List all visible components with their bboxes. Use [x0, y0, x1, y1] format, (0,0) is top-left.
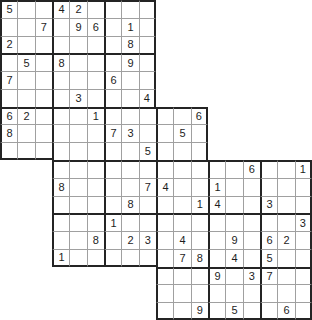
- cell-r8c2[interactable]: [17, 124, 34, 142]
- given-digit: 9: [127, 58, 133, 69]
- cell-r10c17[interactable]: [277, 160, 294, 178]
- cell-r18c11[interactable]: [173, 302, 190, 320]
- given-digit: 5: [23, 58, 29, 69]
- cell-r11c14[interactable]: [225, 178, 242, 196]
- cell-r10c7[interactable]: [104, 160, 121, 178]
- cell-r11c13: 1: [208, 178, 225, 196]
- given-digit: 1: [215, 182, 221, 193]
- cell-r4c8: 9: [121, 53, 138, 71]
- cell-r18c15[interactable]: [243, 302, 260, 320]
- given-digit: 9: [197, 305, 203, 316]
- cell-r10c13[interactable]: [208, 160, 225, 178]
- cell-r15c5[interactable]: [69, 249, 86, 267]
- cell-r15c4: 1: [52, 249, 69, 267]
- cell-r16c10[interactable]: [156, 267, 173, 285]
- given-digit: 7: [41, 22, 47, 33]
- given-digit: 8: [127, 39, 133, 50]
- cell-r14c6: 8: [87, 231, 104, 249]
- cell-r18c13[interactable]: [208, 302, 225, 320]
- given-digit: 3: [249, 271, 255, 282]
- cell-r7c3[interactable]: [35, 107, 52, 125]
- cell-r15c8[interactable]: [121, 249, 138, 267]
- cell-r10c10[interactable]: [156, 160, 173, 178]
- given-digit: 5: [179, 128, 185, 139]
- cell-r1c1: 5: [0, 0, 17, 18]
- cell-r17c15[interactable]: [243, 284, 260, 302]
- cell-r5c7: 6: [104, 71, 121, 89]
- given-digit: 3: [75, 93, 81, 104]
- cell-r16c16: 7: [260, 267, 277, 285]
- given-digit: 8: [59, 58, 65, 69]
- cell-r7c2: 2: [17, 107, 34, 125]
- cell-r7c7[interactable]: [104, 107, 121, 125]
- cell-r15c9[interactable]: [139, 249, 156, 267]
- cell-r7c1: 6: [0, 107, 17, 125]
- cell-r14c15[interactable]: [243, 231, 260, 249]
- cell-r10c9[interactable]: [139, 160, 156, 178]
- cell-r13c18: 3: [295, 213, 312, 231]
- cell-r15c14: 4: [225, 249, 242, 267]
- cell-r6c1[interactable]: [0, 89, 17, 107]
- cell-r5c1: 7: [0, 71, 17, 89]
- cell-r18c18[interactable]: [295, 302, 312, 320]
- cell-r11c12[interactable]: [191, 178, 208, 196]
- cell-r1c8[interactable]: [121, 0, 138, 18]
- cell-r6c4[interactable]: [52, 89, 69, 107]
- cell-r8c10[interactable]: [156, 124, 173, 142]
- given-digit: 6: [7, 111, 13, 122]
- cell-r16c18[interactable]: [295, 267, 312, 285]
- cell-r1c3[interactable]: [35, 0, 52, 18]
- cell-r9c3[interactable]: [35, 142, 52, 160]
- cell-r14c4[interactable]: [52, 231, 69, 249]
- cell-r18c17: 6: [277, 302, 294, 320]
- cell-r10c8[interactable]: [121, 160, 138, 178]
- cell-r15c17[interactable]: [277, 249, 294, 267]
- cell-r5c5[interactable]: [69, 71, 86, 89]
- cell-r6c3[interactable]: [35, 89, 52, 107]
- cell-r16c14[interactable]: [225, 267, 242, 285]
- cell-r13c14[interactable]: [225, 213, 242, 231]
- cell-r3c1: 2: [0, 36, 17, 54]
- cell-r13c11[interactable]: [173, 213, 190, 231]
- given-digit: 1: [197, 199, 203, 210]
- cell-r3c3[interactable]: [35, 36, 52, 54]
- given-digit: 1: [111, 218, 117, 229]
- given-digit: 9: [75, 22, 81, 33]
- cell-r15c15[interactable]: [243, 249, 260, 267]
- cell-r12c6[interactable]: [87, 196, 104, 214]
- cell-r9c9: 5: [139, 142, 156, 160]
- cell-r11c6[interactable]: [87, 178, 104, 196]
- cell-r8c5[interactable]: [69, 124, 86, 142]
- cell-r14c17: 2: [277, 231, 294, 249]
- given-digit: 5: [7, 4, 13, 15]
- cell-r3c7[interactable]: [104, 36, 121, 54]
- cell-r12c16: 3: [260, 196, 277, 214]
- cell-r17c10[interactable]: [156, 284, 173, 302]
- cell-r9c12[interactable]: [191, 142, 208, 160]
- cell-r2c7[interactable]: [104, 18, 121, 36]
- cell-r11c18[interactable]: [295, 178, 312, 196]
- cell-r9c8[interactable]: [121, 142, 138, 160]
- cell-r11c17[interactable]: [277, 178, 294, 196]
- cell-r12c10[interactable]: [156, 196, 173, 214]
- given-digit: 4: [179, 235, 185, 246]
- cell-r6c2[interactable]: [17, 89, 34, 107]
- given-digit: 7: [179, 253, 185, 264]
- cell-r9c5[interactable]: [69, 142, 86, 160]
- cell-r7c9[interactable]: [139, 107, 156, 125]
- cell-r12c4[interactable]: [52, 196, 69, 214]
- cell-r9c2[interactable]: [17, 142, 34, 160]
- cell-r17c17[interactable]: [277, 284, 294, 302]
- cell-r2c2[interactable]: [17, 18, 34, 36]
- cell-r1c2[interactable]: [17, 0, 34, 18]
- cell-r12c13: 4: [208, 196, 225, 214]
- cell-r5c8[interactable]: [121, 71, 138, 89]
- cell-r14c18[interactable]: [295, 231, 312, 249]
- given-digit: 6: [111, 75, 117, 86]
- given-digit: 2: [23, 111, 29, 122]
- cell-r14c7[interactable]: [104, 231, 121, 249]
- cell-r2c8: 1: [121, 18, 138, 36]
- cell-r8c6[interactable]: [87, 124, 104, 142]
- given-digit: 3: [267, 199, 273, 210]
- cell-r3c2[interactable]: [17, 36, 34, 54]
- cell-r12c9[interactable]: [139, 196, 156, 214]
- given-digit: 6: [196, 111, 202, 122]
- cell-r2c4[interactable]: [52, 18, 69, 36]
- cell-r11c5[interactable]: [69, 178, 86, 196]
- given-digit: 5: [145, 146, 151, 157]
- given-digit: 8: [93, 235, 99, 246]
- cell-r2c1[interactable]: [0, 18, 17, 36]
- given-digit: 4: [231, 253, 237, 264]
- cell-r3c9[interactable]: [139, 36, 156, 54]
- given-digit: 3: [300, 218, 306, 229]
- cell-r13c9[interactable]: [139, 213, 156, 231]
- cell-r5c3[interactable]: [35, 71, 52, 89]
- cell-r12c8: 8: [121, 196, 138, 214]
- given-digit: 1: [127, 22, 133, 33]
- cell-r10c4[interactable]: [52, 160, 69, 178]
- cell-r4c5[interactable]: [69, 53, 86, 71]
- cell-r13c10[interactable]: [156, 213, 173, 231]
- cell-r14c13[interactable]: [208, 231, 225, 249]
- cell-r3c4[interactable]: [52, 36, 69, 54]
- given-digit: 8: [7, 128, 13, 139]
- given-digit: 4: [215, 199, 221, 210]
- cell-r1c5: 2: [69, 0, 86, 18]
- cell-r13c7: 1: [104, 213, 121, 231]
- cell-r4c6[interactable]: [87, 53, 104, 71]
- cell-r1c6[interactable]: [87, 0, 104, 18]
- cell-r3c6[interactable]: [87, 36, 104, 54]
- cell-r14c10[interactable]: [156, 231, 173, 249]
- cell-r16c17[interactable]: [277, 267, 294, 285]
- cell-r4c9[interactable]: [139, 53, 156, 71]
- cell-r8c1: 8: [0, 124, 17, 142]
- given-digit: 7: [267, 271, 273, 282]
- cell-r13c13[interactable]: [208, 213, 225, 231]
- cell-r1c4: 4: [52, 0, 69, 18]
- cell-r11c4: 8: [52, 178, 69, 196]
- cell-r9c11[interactable]: [173, 142, 190, 160]
- cell-r17c11[interactable]: [173, 284, 190, 302]
- cell-r16c12[interactable]: [191, 267, 208, 285]
- cell-r11c11[interactable]: [173, 178, 190, 196]
- cell-r2c6: 6: [87, 18, 104, 36]
- cell-r13c15[interactable]: [243, 213, 260, 231]
- cell-r11c9: 7: [139, 178, 156, 196]
- cell-r3c8: 8: [121, 36, 138, 54]
- given-digit: 1: [93, 111, 99, 122]
- cell-r7c8[interactable]: [121, 107, 138, 125]
- cell-r6c8[interactable]: [121, 89, 138, 107]
- cell-r15c7[interactable]: [104, 249, 121, 267]
- cell-r18c16[interactable]: [260, 302, 277, 320]
- cell-r17c14[interactable]: [225, 284, 242, 302]
- cell-r10c15: 6: [243, 160, 260, 178]
- cell-r1c7[interactable]: [104, 0, 121, 18]
- cell-r12c17[interactable]: [277, 196, 294, 214]
- cell-r8c9[interactable]: [139, 124, 156, 142]
- cell-r7c4[interactable]: [52, 107, 69, 125]
- given-digit: 1: [300, 164, 306, 175]
- cell-r5c2[interactable]: [17, 71, 34, 89]
- cell-r6c5: 3: [69, 89, 86, 107]
- cell-r10c18: 1: [295, 160, 312, 178]
- cell-r17c13[interactable]: [208, 284, 225, 302]
- cell-r11c8[interactable]: [121, 178, 138, 196]
- cell-r4c3[interactable]: [35, 53, 52, 71]
- cell-r11c10: 4: [156, 178, 173, 196]
- cell-r13c4[interactable]: [52, 213, 69, 231]
- cell-r8c4[interactable]: [52, 124, 69, 142]
- given-digit: 2: [127, 235, 133, 246]
- given-digit: 2: [75, 4, 81, 15]
- cell-r14c16: 6: [260, 231, 277, 249]
- cell-r2c9[interactable]: [139, 18, 156, 36]
- cell-r5c6[interactable]: [87, 71, 104, 89]
- cell-r10c11[interactable]: [173, 160, 190, 178]
- cell-r4c2: 5: [17, 53, 34, 71]
- given-digit: 6: [267, 235, 273, 246]
- cell-r14c11: 4: [173, 231, 190, 249]
- cell-r13c12[interactable]: [191, 213, 208, 231]
- cell-r15c6[interactable]: [87, 249, 104, 267]
- cell-r16c11[interactable]: [173, 267, 190, 285]
- cell-r11c16[interactable]: [260, 178, 277, 196]
- cell-r14c5[interactable]: [69, 231, 86, 249]
- cell-r15c11: 7: [173, 249, 190, 267]
- cell-r1c9[interactable]: [139, 0, 156, 18]
- cell-r4c4: 8: [52, 53, 69, 71]
- cell-r8c7: 7: [104, 124, 121, 142]
- cell-r5c9[interactable]: [139, 71, 156, 89]
- cell-r13c17[interactable]: [277, 213, 294, 231]
- cell-r14c8: 2: [121, 231, 138, 249]
- cell-r13c8[interactable]: [121, 213, 138, 231]
- cell-r14c9: 3: [139, 231, 156, 249]
- cell-r14c12[interactable]: [191, 231, 208, 249]
- cell-r10c16[interactable]: [260, 160, 277, 178]
- cell-r8c11: 5: [173, 124, 190, 142]
- given-digit: 2: [283, 235, 289, 246]
- cell-r14c14: 9: [225, 231, 242, 249]
- cell-r7c10[interactable]: [156, 107, 173, 125]
- given-digit: 8: [59, 182, 65, 193]
- cell-r7c5[interactable]: [69, 107, 86, 125]
- cell-r16c13: 9: [208, 267, 225, 285]
- given-digit: 1: [59, 252, 65, 263]
- cell-r2c3: 7: [35, 18, 52, 36]
- cell-r10c6[interactable]: [87, 160, 104, 178]
- cell-r12c7[interactable]: [104, 196, 121, 214]
- cell-r6c6[interactable]: [87, 89, 104, 107]
- cell-r10c12[interactable]: [191, 160, 208, 178]
- given-digit: 6: [283, 305, 289, 316]
- given-digit: 4: [163, 182, 169, 193]
- cell-r9c7[interactable]: [104, 142, 121, 160]
- cell-r6c9: 4: [139, 89, 156, 107]
- cell-r12c15[interactable]: [243, 196, 260, 214]
- given-digit: 2: [7, 39, 13, 50]
- cell-r17c12[interactable]: [191, 284, 208, 302]
- cell-r15c13[interactable]: [208, 249, 225, 267]
- cell-r9c6[interactable]: [87, 142, 104, 160]
- given-digit: 6: [249, 164, 255, 175]
- given-digit: 6: [93, 22, 99, 33]
- cell-r18c10[interactable]: [156, 302, 173, 320]
- given-digit: 7: [7, 75, 13, 86]
- cell-r8c8: 3: [121, 124, 138, 142]
- cell-r10c5[interactable]: [69, 160, 86, 178]
- given-digit: 9: [231, 235, 237, 246]
- cell-r13c6[interactable]: [87, 213, 104, 231]
- cell-r18c12: 9: [191, 302, 208, 320]
- cell-r15c18[interactable]: [295, 249, 312, 267]
- given-digit: 5: [267, 253, 273, 264]
- cell-r12c18[interactable]: [295, 196, 312, 214]
- cell-r13c16[interactable]: [260, 213, 277, 231]
- cell-r4c7[interactable]: [104, 53, 121, 71]
- cell-r15c10[interactable]: [156, 249, 173, 267]
- cell-r5c4[interactable]: [52, 71, 69, 89]
- cell-r11c15[interactable]: [243, 178, 260, 196]
- cell-r17c18[interactable]: [295, 284, 312, 302]
- cell-r12c5[interactable]: [69, 196, 86, 214]
- cell-r12c11[interactable]: [173, 196, 190, 214]
- cell-r7c11[interactable]: [173, 107, 190, 125]
- cell-r8c3[interactable]: [35, 124, 52, 142]
- cell-r13c5[interactable]: [69, 213, 86, 231]
- given-digit: 4: [59, 4, 65, 15]
- cell-r16c15: 3: [243, 267, 260, 285]
- cell-r6c7[interactable]: [104, 89, 121, 107]
- cell-r18c14: 5: [225, 302, 242, 320]
- given-digit: 4: [144, 93, 150, 104]
- given-digit: 7: [111, 128, 117, 139]
- cell-r9c1[interactable]: [0, 142, 17, 160]
- cell-r12c12: 1: [191, 196, 208, 214]
- given-digit: 8: [127, 199, 133, 210]
- cell-r17c16[interactable]: [260, 284, 277, 302]
- given-digit: 9: [215, 271, 221, 282]
- cell-r15c16: 5: [260, 249, 277, 267]
- sudoku-board: 5427961285897634621687355618741814313823…: [0, 0, 312, 320]
- cell-r11c7[interactable]: [104, 178, 121, 196]
- cell-r9c4[interactable]: [52, 142, 69, 160]
- cell-r4c1[interactable]: [0, 53, 17, 71]
- cell-r8c12[interactable]: [191, 124, 208, 142]
- given-digit: 3: [145, 235, 151, 246]
- cell-r10c14[interactable]: [225, 160, 242, 178]
- cell-r7c12: 6: [191, 107, 208, 125]
- given-digit: 3: [127, 128, 133, 139]
- cell-r12c14[interactable]: [225, 196, 242, 214]
- cell-r9c10[interactable]: [156, 142, 173, 160]
- cell-r7c6: 1: [87, 107, 104, 125]
- given-digit: 7: [145, 182, 151, 193]
- cell-r15c12: 8: [191, 249, 208, 267]
- cell-r3c5[interactable]: [69, 36, 86, 54]
- cell-r2c5: 9: [69, 18, 86, 36]
- given-digit: 8: [197, 253, 203, 264]
- given-digit: 5: [231, 305, 237, 316]
